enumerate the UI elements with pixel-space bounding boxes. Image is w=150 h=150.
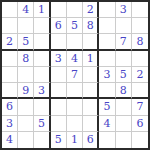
- given-digit: 5: [103, 101, 110, 112]
- cell-r2c2[interactable]: [18, 18, 34, 34]
- given-digit: 2: [6, 36, 13, 47]
- cell-r6c1[interactable]: [2, 83, 18, 99]
- cell-r7c4[interactable]: [51, 99, 67, 115]
- cell-r5c3[interactable]: [34, 67, 50, 83]
- cell-r9c5[interactable]: 1: [67, 132, 83, 148]
- cell-r5c1[interactable]: [2, 67, 18, 83]
- given-digit: 4: [71, 53, 78, 64]
- cell-r3c5[interactable]: [67, 34, 83, 50]
- cell-r8c9[interactable]: 6: [132, 116, 148, 132]
- cell-r7c9[interactable]: 7: [132, 99, 148, 115]
- cell-r7c5[interactable]: [67, 99, 83, 115]
- given-digit: 5: [71, 20, 78, 31]
- given-digit: 4: [103, 118, 110, 129]
- cell-r2c4[interactable]: 6: [51, 18, 67, 34]
- given-digit: 9: [22, 85, 29, 96]
- cell-r9c2[interactable]: [18, 132, 34, 148]
- cell-r1c5[interactable]: [67, 2, 83, 18]
- cell-r5c8[interactable]: 5: [116, 67, 132, 83]
- cell-r3c4[interactable]: [51, 34, 67, 50]
- given-digit: 8: [87, 20, 94, 31]
- cell-r9c7[interactable]: [99, 132, 115, 148]
- cell-r5c7[interactable]: 3: [99, 67, 115, 83]
- cell-r6c7[interactable]: [99, 83, 115, 99]
- given-digit: 6: [87, 134, 94, 145]
- cell-r8c6[interactable]: [83, 116, 99, 132]
- cell-r4c8[interactable]: [116, 51, 132, 67]
- cell-r4c7[interactable]: [99, 51, 115, 67]
- cell-r4c4[interactable]: 3: [51, 51, 67, 67]
- cell-r2c1[interactable]: [2, 18, 18, 34]
- given-digit: 6: [6, 101, 13, 112]
- cell-r9c4[interactable]: 5: [51, 132, 67, 148]
- cell-r7c1[interactable]: 6: [2, 99, 18, 115]
- cell-r1c8[interactable]: 3: [116, 2, 132, 18]
- cell-r2c6[interactable]: 8: [83, 18, 99, 34]
- cell-r6c6[interactable]: [83, 83, 99, 99]
- given-digit: 8: [136, 36, 143, 47]
- given-digit: 1: [87, 53, 94, 64]
- cell-r4c2[interactable]: 8: [18, 51, 34, 67]
- given-digit: 1: [38, 4, 45, 15]
- cell-r1c4[interactable]: [51, 2, 67, 18]
- cell-r3c9[interactable]: 8: [132, 34, 148, 50]
- given-digit: 3: [55, 53, 62, 64]
- cell-r2c5[interactable]: 5: [67, 18, 83, 34]
- cell-r7c8[interactable]: [116, 99, 132, 115]
- given-digit: 3: [38, 85, 45, 96]
- given-digit: 4: [22, 4, 29, 15]
- cell-r9c1[interactable]: 4: [2, 132, 18, 148]
- given-digit: 3: [6, 118, 13, 129]
- cell-r1c9[interactable]: [132, 2, 148, 18]
- cell-r1c6[interactable]: 2: [83, 2, 99, 18]
- cell-r5c9[interactable]: 2: [132, 67, 148, 83]
- given-digit: 3: [103, 69, 110, 80]
- given-digit: 2: [87, 4, 94, 15]
- cell-r1c1[interactable]: [2, 2, 18, 18]
- cell-r9c9[interactable]: [132, 132, 148, 148]
- cell-r6c3[interactable]: 3: [34, 83, 50, 99]
- cell-r3c6[interactable]: [83, 34, 99, 50]
- cell-r2c3[interactable]: [34, 18, 50, 34]
- given-digit: 4: [6, 134, 13, 145]
- cell-r2c9[interactable]: [132, 18, 148, 34]
- cell-r9c8[interactable]: [116, 132, 132, 148]
- given-digit: 7: [136, 101, 143, 112]
- cell-r5c2[interactable]: [18, 67, 34, 83]
- given-digit: 7: [120, 36, 127, 47]
- cell-r3c2[interactable]: 5: [18, 34, 34, 50]
- cell-r8c4[interactable]: [51, 116, 67, 132]
- cell-r6c4[interactable]: [51, 83, 67, 99]
- cell-r6c5[interactable]: [67, 83, 83, 99]
- cell-r4c6[interactable]: 1: [83, 51, 99, 67]
- cell-r9c3[interactable]: [34, 132, 50, 148]
- cell-r7c6[interactable]: [83, 99, 99, 115]
- given-digit: 2: [136, 69, 143, 80]
- given-digit: 7: [71, 69, 78, 80]
- given-digit: 5: [22, 36, 29, 47]
- cell-r2c7[interactable]: [99, 18, 115, 34]
- cell-r2c8[interactable]: [116, 18, 132, 34]
- cell-r8c1[interactable]: 3: [2, 116, 18, 132]
- cell-r1c2[interactable]: 4: [18, 2, 34, 18]
- given-digit: 8: [22, 53, 29, 64]
- cell-r9c6[interactable]: 6: [83, 132, 99, 148]
- sudoku-board: 412365825788341735293865735464516: [0, 0, 150, 150]
- cell-r3c3[interactable]: [34, 34, 50, 50]
- cell-r8c8[interactable]: [116, 116, 132, 132]
- cell-r5c4[interactable]: [51, 67, 67, 83]
- cell-r6c9[interactable]: [132, 83, 148, 99]
- given-digit: 3: [120, 4, 127, 15]
- given-digit: 6: [55, 20, 62, 31]
- cell-r4c9[interactable]: [132, 51, 148, 67]
- given-digit: 5: [120, 69, 127, 80]
- cell-r7c2[interactable]: [18, 99, 34, 115]
- given-digit: 5: [38, 118, 45, 129]
- cell-r7c3[interactable]: [34, 99, 50, 115]
- cell-r4c1[interactable]: [2, 51, 18, 67]
- given-digit: 1: [71, 134, 78, 145]
- given-digit: 6: [136, 118, 143, 129]
- cell-r8c2[interactable]: [18, 116, 34, 132]
- cell-r4c3[interactable]: [34, 51, 50, 67]
- cell-r3c8[interactable]: 7: [116, 34, 132, 50]
- cell-r1c7[interactable]: [99, 2, 115, 18]
- cell-r8c5[interactable]: [67, 116, 83, 132]
- cell-r4c5[interactable]: 4: [67, 51, 83, 67]
- given-digit: 5: [55, 134, 62, 145]
- cell-r1c3[interactable]: 1: [34, 2, 50, 18]
- cell-r8c7[interactable]: 4: [99, 116, 115, 132]
- cell-r3c1[interactable]: 2: [2, 34, 18, 50]
- cell-r5c6[interactable]: [83, 67, 99, 83]
- given-digit: 8: [120, 85, 127, 96]
- cell-r6c8[interactable]: 8: [116, 83, 132, 99]
- cell-r3c7[interactable]: [99, 34, 115, 50]
- cell-r5c5[interactable]: 7: [67, 67, 83, 83]
- cell-r6c2[interactable]: 9: [18, 83, 34, 99]
- cell-r7c7[interactable]: 5: [99, 99, 115, 115]
- cell-r8c3[interactable]: 5: [34, 116, 50, 132]
